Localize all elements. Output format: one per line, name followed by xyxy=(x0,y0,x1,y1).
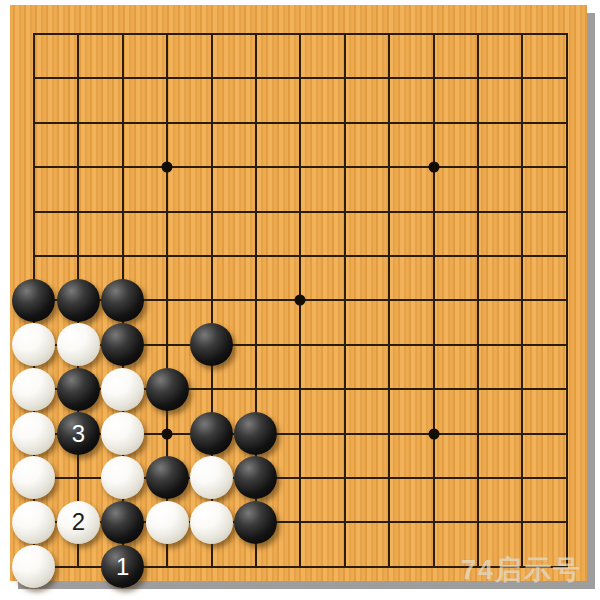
board-point-3-8[interactable] xyxy=(101,323,145,367)
go-stone-black[interactable] xyxy=(57,279,100,322)
board-point-9-3[interactable] xyxy=(367,101,411,145)
board-point-9-9[interactable] xyxy=(367,367,411,411)
board-point-3-12[interactable] xyxy=(101,500,145,544)
board-point-5-5[interactable] xyxy=(189,189,233,233)
go-stone-white[interactable] xyxy=(12,323,55,366)
board-point-12-9[interactable] xyxy=(500,367,544,411)
board-point-8-5[interactable] xyxy=(323,189,367,233)
star-point xyxy=(162,428,173,439)
star-point xyxy=(428,162,439,173)
board-point-6-8[interactable] xyxy=(234,323,278,367)
board-point-10-12[interactable] xyxy=(411,500,455,544)
board-point-7-4[interactable] xyxy=(278,145,322,189)
board-point-7-8[interactable] xyxy=(278,323,322,367)
board-point-11-12[interactable] xyxy=(456,500,500,544)
board-point-12-7[interactable] xyxy=(500,278,544,322)
board-point-3-5[interactable] xyxy=(101,189,145,233)
board-point-3-2[interactable] xyxy=(101,56,145,100)
board-point-13-5[interactable] xyxy=(544,189,588,233)
board-point-5-9[interactable] xyxy=(189,367,233,411)
board-point-13-2[interactable] xyxy=(544,56,588,100)
board-point-10-3[interactable] xyxy=(411,101,455,145)
go-stone-white[interactable] xyxy=(190,501,233,544)
go-stone-black[interactable] xyxy=(234,456,277,499)
board-point-1-8[interactable] xyxy=(12,323,56,367)
board-point-12-1[interactable] xyxy=(500,12,544,56)
move-number-label: 3 xyxy=(72,422,85,446)
board-point-2-7[interactable] xyxy=(56,278,100,322)
board-point-1-6[interactable] xyxy=(12,234,56,278)
board-point-4-1[interactable] xyxy=(145,12,189,56)
go-stone-white[interactable] xyxy=(12,368,55,411)
go-stone-white[interactable] xyxy=(57,323,100,366)
board-point-6-13[interactable] xyxy=(234,544,278,588)
board-point-7-1[interactable] xyxy=(278,12,322,56)
board-point-7-9[interactable] xyxy=(278,367,322,411)
board-point-1-13[interactable] xyxy=(12,544,56,588)
go-stone-white[interactable] xyxy=(101,412,144,455)
go-board: 321 xyxy=(10,5,587,581)
board-point-9-5[interactable] xyxy=(367,189,411,233)
board-point-3-13[interactable]: 1 xyxy=(101,544,145,588)
board-point-9-10[interactable] xyxy=(367,411,411,455)
board-point-5-2[interactable] xyxy=(189,56,233,100)
board-point-9-11[interactable] xyxy=(367,456,411,500)
board-point-7-10[interactable] xyxy=(278,411,322,455)
board-point-8-6[interactable] xyxy=(323,234,367,278)
go-stone-white[interactable] xyxy=(12,456,55,499)
board-point-4-13[interactable] xyxy=(145,544,189,588)
board-point-2-2[interactable] xyxy=(56,56,100,100)
board-point-2-8[interactable] xyxy=(56,323,100,367)
board-point-5-12[interactable] xyxy=(189,500,233,544)
board-point-8-13[interactable] xyxy=(323,544,367,588)
board-point-6-9[interactable] xyxy=(234,367,278,411)
board-point-3-6[interactable] xyxy=(101,234,145,278)
board-point-8-8[interactable] xyxy=(323,323,367,367)
board-point-8-3[interactable] xyxy=(323,101,367,145)
board-point-5-3[interactable] xyxy=(189,101,233,145)
board-point-6-12[interactable] xyxy=(234,500,278,544)
board-point-12-10[interactable] xyxy=(500,411,544,455)
go-stone-white[interactable] xyxy=(12,412,55,455)
board-point-11-9[interactable] xyxy=(456,367,500,411)
board-point-6-6[interactable] xyxy=(234,234,278,278)
board-point-4-7[interactable] xyxy=(145,278,189,322)
go-stone-white[interactable] xyxy=(146,501,189,544)
board-point-3-7[interactable] xyxy=(101,278,145,322)
go-stone-white[interactable] xyxy=(190,456,233,499)
board-point-2-10[interactable]: 3 xyxy=(56,411,100,455)
board-point-2-11[interactable] xyxy=(56,456,100,500)
board-point-1-7[interactable] xyxy=(12,278,56,322)
board-point-12-12[interactable] xyxy=(500,500,544,544)
board-point-8-7[interactable] xyxy=(323,278,367,322)
board-point-6-1[interactable] xyxy=(234,12,278,56)
board-point-11-5[interactable] xyxy=(456,189,500,233)
board-point-10-13[interactable] xyxy=(411,544,455,588)
board-point-12-3[interactable] xyxy=(500,101,544,145)
board-point-7-3[interactable] xyxy=(278,101,322,145)
board-point-13-10[interactable] xyxy=(544,411,588,455)
board-point-3-9[interactable] xyxy=(101,367,145,411)
board-point-5-7[interactable] xyxy=(189,278,233,322)
move-number-label: 2 xyxy=(72,510,85,534)
board-point-7-11[interactable] xyxy=(278,456,322,500)
board-point-1-11[interactable] xyxy=(12,456,56,500)
watermark: 74启示号 xyxy=(461,552,582,588)
board-point-12-5[interactable] xyxy=(500,189,544,233)
board-point-8-10[interactable] xyxy=(323,411,367,455)
board-point-3-10[interactable] xyxy=(101,411,145,455)
board-point-6-3[interactable] xyxy=(234,101,278,145)
go-stone-black[interactable] xyxy=(234,412,277,455)
board-point-12-6[interactable] xyxy=(500,234,544,278)
board-point-9-2[interactable] xyxy=(367,56,411,100)
board-point-1-9[interactable] xyxy=(12,367,56,411)
board-point-7-13[interactable] xyxy=(278,544,322,588)
go-stone-black[interactable] xyxy=(190,323,233,366)
board-point-1-4[interactable] xyxy=(12,145,56,189)
board-point-13-3[interactable] xyxy=(544,101,588,145)
board-point-3-3[interactable] xyxy=(101,101,145,145)
board-point-11-4[interactable] xyxy=(456,145,500,189)
board-point-1-5[interactable] xyxy=(12,189,56,233)
board-point-13-11[interactable] xyxy=(544,456,588,500)
board-point-3-4[interactable] xyxy=(101,145,145,189)
board-point-6-7[interactable] xyxy=(234,278,278,322)
go-stone-white[interactable] xyxy=(101,456,144,499)
board-point-9-7[interactable] xyxy=(367,278,411,322)
board-point-5-13[interactable] xyxy=(189,544,233,588)
board-point-11-11[interactable] xyxy=(456,456,500,500)
board-point-13-8[interactable] xyxy=(544,323,588,367)
go-stone-white[interactable]: 2 xyxy=(57,501,100,544)
board-point-13-9[interactable] xyxy=(544,367,588,411)
board-point-1-2[interactable] xyxy=(12,56,56,100)
board-point-2-4[interactable] xyxy=(56,145,100,189)
board-point-2-12[interactable]: 2 xyxy=(56,500,100,544)
board-point-10-1[interactable] xyxy=(411,12,455,56)
board-point-6-10[interactable] xyxy=(234,411,278,455)
board-point-8-1[interactable] xyxy=(323,12,367,56)
go-stone-black[interactable] xyxy=(12,279,55,322)
board-point-11-3[interactable] xyxy=(456,101,500,145)
star-point xyxy=(162,162,173,173)
board-point-1-12[interactable] xyxy=(12,500,56,544)
board-point-10-5[interactable] xyxy=(411,189,455,233)
board-point-10-8[interactable] xyxy=(411,323,455,367)
board-point-12-4[interactable] xyxy=(500,145,544,189)
board-point-2-13[interactable] xyxy=(56,544,100,588)
board-point-11-1[interactable] xyxy=(456,12,500,56)
go-stone-black[interactable] xyxy=(190,412,233,455)
board-point-11-7[interactable] xyxy=(456,278,500,322)
board-point-13-1[interactable] xyxy=(544,12,588,56)
board-point-8-11[interactable] xyxy=(323,456,367,500)
board-point-8-2[interactable] xyxy=(323,56,367,100)
go-stone-black[interactable]: 3 xyxy=(57,412,100,455)
board-point-7-5[interactable] xyxy=(278,189,322,233)
board-point-2-5[interactable] xyxy=(56,189,100,233)
board-point-5-8[interactable] xyxy=(189,323,233,367)
board-point-4-8[interactable] xyxy=(145,323,189,367)
board-point-5-4[interactable] xyxy=(189,145,233,189)
board-point-4-3[interactable] xyxy=(145,101,189,145)
board-point-7-2[interactable] xyxy=(278,56,322,100)
board-point-2-9[interactable] xyxy=(56,367,100,411)
move-number-label: 1 xyxy=(116,555,129,579)
board-point-8-9[interactable] xyxy=(323,367,367,411)
board-point-8-12[interactable] xyxy=(323,500,367,544)
go-stone-white[interactable] xyxy=(101,368,144,411)
board-point-6-11[interactable] xyxy=(234,456,278,500)
go-stone-black[interactable] xyxy=(101,501,144,544)
board-point-3-1[interactable] xyxy=(101,12,145,56)
board-point-9-12[interactable] xyxy=(367,500,411,544)
board-point-10-2[interactable] xyxy=(411,56,455,100)
board-point-11-2[interactable] xyxy=(456,56,500,100)
go-stone-black[interactable]: 1 xyxy=(101,545,144,588)
go-stone-white[interactable] xyxy=(12,501,55,544)
star-point xyxy=(428,428,439,439)
go-stone-black[interactable] xyxy=(101,323,144,366)
board-point-11-8[interactable] xyxy=(456,323,500,367)
board-point-5-11[interactable] xyxy=(189,456,233,500)
board-point-7-6[interactable] xyxy=(278,234,322,278)
board-point-13-6[interactable] xyxy=(544,234,588,278)
board-point-13-4[interactable] xyxy=(544,145,588,189)
board-point-2-1[interactable] xyxy=(56,12,100,56)
board-point-2-3[interactable] xyxy=(56,101,100,145)
board-point-1-3[interactable] xyxy=(12,101,56,145)
board-point-11-6[interactable] xyxy=(456,234,500,278)
board-point-13-12[interactable] xyxy=(544,500,588,544)
board-point-1-10[interactable] xyxy=(12,411,56,455)
board-point-4-5[interactable] xyxy=(145,189,189,233)
board-point-5-10[interactable] xyxy=(189,411,233,455)
board-point-9-6[interactable] xyxy=(367,234,411,278)
go-stone-black[interactable] xyxy=(234,501,277,544)
board-point-7-12[interactable] xyxy=(278,500,322,544)
board-point-10-7[interactable] xyxy=(411,278,455,322)
board-point-2-6[interactable] xyxy=(56,234,100,278)
board-point-9-8[interactable] xyxy=(367,323,411,367)
board-point-10-11[interactable] xyxy=(411,456,455,500)
board-point-6-5[interactable] xyxy=(234,189,278,233)
go-stone-white[interactable] xyxy=(12,545,55,588)
board-point-12-2[interactable] xyxy=(500,56,544,100)
go-stone-black[interactable] xyxy=(57,368,100,411)
board-point-12-11[interactable] xyxy=(500,456,544,500)
board-point-5-1[interactable] xyxy=(189,12,233,56)
board-point-12-8[interactable] xyxy=(500,323,544,367)
board-point-4-2[interactable] xyxy=(145,56,189,100)
go-stone-black[interactable] xyxy=(146,456,189,499)
board-point-6-2[interactable] xyxy=(234,56,278,100)
board-point-13-7[interactable] xyxy=(544,278,588,322)
board-point-6-4[interactable] xyxy=(234,145,278,189)
go-stone-black[interactable] xyxy=(146,368,189,411)
board-point-10-9[interactable] xyxy=(411,367,455,411)
board-point-4-12[interactable] xyxy=(145,500,189,544)
board-point-4-6[interactable] xyxy=(145,234,189,278)
board-point-4-11[interactable] xyxy=(145,456,189,500)
board-point-9-4[interactable] xyxy=(367,145,411,189)
star-point xyxy=(295,295,306,306)
board-point-9-1[interactable] xyxy=(367,12,411,56)
board-point-1-1[interactable] xyxy=(12,12,56,56)
go-stone-black[interactable] xyxy=(101,279,144,322)
board-point-4-9[interactable] xyxy=(145,367,189,411)
board-point-8-4[interactable] xyxy=(323,145,367,189)
board-point-10-6[interactable] xyxy=(411,234,455,278)
board-point-9-13[interactable] xyxy=(367,544,411,588)
board-point-5-6[interactable] xyxy=(189,234,233,278)
board-point-3-11[interactable] xyxy=(101,456,145,500)
board-point-11-10[interactable] xyxy=(456,411,500,455)
